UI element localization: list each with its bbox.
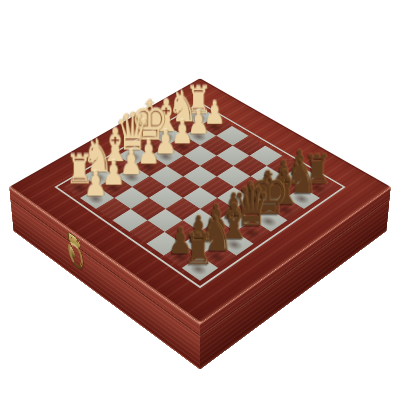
- square-e4: [183, 166, 217, 187]
- latch-pin: [70, 246, 75, 259]
- product-photo-scene: ♜♟♟♜♞♟♟♞♝♟♟♝♚♟♟♚♛♟♟♛♝♟♟♝♞♟♟♞♜♟♟♜: [0, 0, 400, 400]
- black-rook: ♜: [171, 228, 227, 271]
- chess-box: ♜♟♟♜♞♟♟♞♝♟♟♝♚♟♟♚♛♟♟♛♝♟♟♝♞♟♟♞♜♟♟♜: [9, 78, 391, 323]
- white-pawn: ♟: [69, 167, 122, 201]
- box-lid-top: ♜♟♟♜♞♟♟♞♝♟♟♝♚♟♟♚♛♟♟♛♝♟♟♝♞♟♟♞♜♟♟♜: [9, 78, 391, 323]
- latch-hook-icon: [66, 239, 85, 272]
- square-a8: ♜: [182, 256, 219, 281]
